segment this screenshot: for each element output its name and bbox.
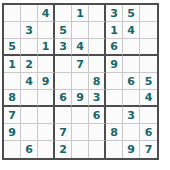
cell-r6c3[interactable] (38, 90, 55, 107)
cell-r2c7[interactable]: 1 (106, 22, 123, 39)
cell-r6c8[interactable] (123, 90, 140, 107)
cell-r2c8[interactable]: 4 (123, 22, 140, 39)
cell-r6c6[interactable]: 3 (89, 90, 106, 107)
cell-r5c4[interactable] (55, 73, 72, 90)
cell-r3c8[interactable] (123, 39, 140, 56)
cell-r7c9[interactable] (140, 107, 157, 124)
cell-r8c8[interactable] (123, 124, 140, 141)
cell-r4c4[interactable] (55, 56, 72, 73)
cell-r9c9[interactable]: 7 (140, 141, 157, 158)
cell-r1c8[interactable]: 5 (123, 5, 140, 22)
cell-r6c1[interactable]: 8 (4, 90, 21, 107)
cell-r4c5[interactable]: 7 (72, 56, 89, 73)
cell-r1c6[interactable] (89, 5, 106, 22)
cell-r9c4[interactable]: 2 (55, 141, 72, 158)
cell-r3c1[interactable]: 5 (4, 39, 21, 56)
sudoku-board: 41353514513461279498658693476397866297 (2, 3, 159, 160)
cell-r9c6[interactable] (89, 141, 106, 158)
cell-r4c8[interactable] (123, 56, 140, 73)
cell-r5c1[interactable] (4, 73, 21, 90)
cell-r9c3[interactable] (38, 141, 55, 158)
cell-r5c2[interactable]: 4 (21, 73, 38, 90)
cell-r9c2[interactable]: 6 (21, 141, 38, 158)
cell-r7c6[interactable]: 6 (89, 107, 106, 124)
cell-r1c2[interactable] (21, 5, 38, 22)
cell-r3c2[interactable] (21, 39, 38, 56)
cell-r7c8[interactable]: 3 (123, 107, 140, 124)
cell-r5c7[interactable] (106, 73, 123, 90)
cell-r9c7[interactable] (106, 141, 123, 158)
cell-r5c8[interactable]: 6 (123, 73, 140, 90)
cell-r8c1[interactable]: 9 (4, 124, 21, 141)
cell-r1c4[interactable] (55, 5, 72, 22)
cell-r1c1[interactable] (4, 5, 21, 22)
cell-r8c6[interactable] (89, 124, 106, 141)
cell-r4c3[interactable] (38, 56, 55, 73)
cell-r7c3[interactable] (38, 107, 55, 124)
cell-r2c3[interactable] (38, 22, 55, 39)
cell-r4c7[interactable]: 9 (106, 56, 123, 73)
cell-r4c1[interactable]: 1 (4, 56, 21, 73)
cell-r9c8[interactable]: 9 (123, 141, 140, 158)
cell-r4c9[interactable] (140, 56, 157, 73)
board-wrapper: 41353514513461279498658693476397866297 (0, 0, 170, 160)
cell-r1c9[interactable] (140, 5, 157, 22)
cell-r8c9[interactable]: 6 (140, 124, 157, 141)
cell-r3c6[interactable] (89, 39, 106, 56)
cell-r5c6[interactable]: 8 (89, 73, 106, 90)
cell-r5c3[interactable]: 9 (38, 73, 55, 90)
cell-r2c2[interactable]: 3 (21, 22, 38, 39)
cell-r5c5[interactable] (72, 73, 89, 90)
cell-r8c7[interactable]: 8 (106, 124, 123, 141)
cell-r8c4[interactable]: 7 (55, 124, 72, 141)
cell-r3c7[interactable]: 6 (106, 39, 123, 56)
cell-r7c7[interactable] (106, 107, 123, 124)
cell-r2c6[interactable] (89, 22, 106, 39)
cell-r2c5[interactable] (72, 22, 89, 39)
cell-r2c1[interactable] (4, 22, 21, 39)
cell-r2c4[interactable]: 5 (55, 22, 72, 39)
cell-r3c9[interactable] (140, 39, 157, 56)
cell-r6c7[interactable] (106, 90, 123, 107)
cell-r1c5[interactable]: 1 (72, 5, 89, 22)
cell-r6c5[interactable]: 9 (72, 90, 89, 107)
cell-r8c5[interactable] (72, 124, 89, 141)
cell-r1c3[interactable]: 4 (38, 5, 55, 22)
cell-r7c2[interactable] (21, 107, 38, 124)
cell-r9c5[interactable] (72, 141, 89, 158)
cell-r3c5[interactable]: 4 (72, 39, 89, 56)
cell-r4c2[interactable]: 2 (21, 56, 38, 73)
cell-r8c3[interactable] (38, 124, 55, 141)
cell-r1c7[interactable]: 3 (106, 5, 123, 22)
cell-r6c9[interactable]: 4 (140, 90, 157, 107)
cell-r9c1[interactable] (4, 141, 21, 158)
cell-r5c9[interactable]: 5 (140, 73, 157, 90)
cell-r8c2[interactable] (21, 124, 38, 141)
cell-r6c2[interactable] (21, 90, 38, 107)
cell-r7c1[interactable]: 7 (4, 107, 21, 124)
cell-r6c4[interactable]: 6 (55, 90, 72, 107)
cell-r7c5[interactable] (72, 107, 89, 124)
cell-r2c9[interactable] (140, 22, 157, 39)
cell-r3c3[interactable]: 1 (38, 39, 55, 56)
cell-r3c4[interactable]: 3 (55, 39, 72, 56)
cell-r4c6[interactable] (89, 56, 106, 73)
cell-r7c4[interactable] (55, 107, 72, 124)
